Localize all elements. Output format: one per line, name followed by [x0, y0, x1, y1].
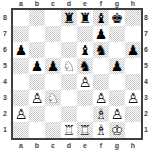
square-g5: ♟ [109, 58, 125, 74]
piece-glyph: ♟ [29, 58, 45, 74]
black-rook-d8: ♜ [61, 10, 77, 26]
black-pawn-f7: ♟ [93, 26, 109, 42]
square-c8 [45, 10, 61, 26]
square-b4 [29, 74, 45, 90]
white-pawn-h3: ♟♙ [125, 90, 141, 106]
rank-label-right-7: 7 [144, 26, 150, 42]
square-d6 [61, 42, 77, 58]
black-pawn-b5: ♟ [29, 58, 45, 74]
file-label-top-f: f [93, 0, 109, 8]
square-a6: ♟ [13, 42, 29, 58]
square-b1 [29, 122, 45, 138]
piece-glyph: ♖ [77, 122, 93, 138]
white-pawn-f3: ♟♙ [93, 90, 109, 106]
square-f2: ♝♗ [93, 106, 109, 122]
piece-glyph: ♙ [77, 74, 93, 90]
file-label-top-h: h [125, 0, 141, 8]
piece-glyph: ♘ [61, 58, 77, 74]
piece-glyph: ♝ [93, 10, 109, 26]
rank-label-right-4: 4 [144, 74, 150, 90]
piece-glyph: ♙ [13, 106, 29, 122]
square-e2 [77, 106, 93, 122]
square-f4 [93, 74, 109, 90]
white-pawn-b3: ♟♙ [29, 90, 45, 106]
piece-glyph: ♔ [109, 122, 125, 138]
piece-glyph: ♙ [29, 90, 45, 106]
piece-glyph: ♗ [93, 106, 109, 122]
square-c4 [45, 74, 61, 90]
rank-labels-right: 87654321 [144, 10, 150, 138]
piece-glyph: ♙ [125, 90, 141, 106]
black-pawn-c5: ♟ [45, 58, 61, 74]
square-b8 [29, 10, 45, 26]
file-label-bottom-h: h [125, 141, 141, 150]
square-f5 [93, 58, 109, 74]
square-h6: ♟ [125, 42, 141, 58]
rank-label-right-6: 6 [144, 42, 150, 58]
square-d7 [61, 26, 77, 42]
piece-glyph: ♗ [93, 122, 109, 138]
square-a7 [13, 26, 29, 42]
piece-glyph: ♞ [93, 42, 109, 58]
file-label-bottom-g: g [109, 141, 125, 150]
file-label-bottom-e: e [77, 141, 93, 150]
rank-label-right-1: 1 [144, 122, 150, 138]
black-pawn-h6: ♟ [125, 42, 141, 58]
file-label-top-g: g [109, 0, 125, 8]
square-f7: ♟ [93, 26, 109, 42]
square-a3 [13, 90, 29, 106]
square-d2 [61, 106, 77, 122]
white-rook-e1: ♜♖ [77, 122, 93, 138]
rank-label-left-8: 8 [0, 10, 10, 26]
square-g3 [109, 90, 125, 106]
piece-glyph: ♟ [93, 26, 109, 42]
square-f6: ♞ [93, 42, 109, 58]
square-e6: ♝ [77, 42, 93, 58]
piece-glyph: ♟ [125, 42, 141, 58]
file-labels-bottom: abcdefgh [13, 141, 141, 150]
square-a2: ♟♙ [13, 106, 29, 122]
square-e1: ♜♖ [77, 122, 93, 138]
square-f8: ♝ [93, 10, 109, 26]
square-g7 [109, 26, 125, 42]
white-knight-c3: ♞♘ [45, 90, 61, 106]
white-pawn-a2: ♟♙ [13, 106, 29, 122]
file-label-bottom-f: f [93, 141, 109, 150]
file-label-bottom-a: a [13, 141, 29, 150]
file-label-bottom-d: d [61, 141, 77, 150]
square-c1 [45, 122, 61, 138]
file-label-bottom-b: b [29, 141, 45, 150]
file-label-top-a: a [13, 0, 29, 8]
piece-glyph: ♞ [77, 58, 93, 74]
rank-label-right-5: 5 [144, 58, 150, 74]
piece-glyph: ♟ [109, 58, 125, 74]
square-g6 [109, 42, 125, 58]
white-knight-d5: ♞♘ [61, 58, 77, 74]
square-f1: ♝♗ [93, 122, 109, 138]
file-labels-top: abcdefgh [13, 0, 141, 8]
piece-glyph: ♜ [61, 10, 77, 26]
piece-glyph: ♝ [77, 42, 93, 58]
white-bishop-f1: ♝♗ [93, 122, 109, 138]
square-b7 [29, 26, 45, 42]
square-g2: ♟♙ [109, 106, 125, 122]
square-g4 [109, 74, 125, 90]
piece-glyph: ♟ [45, 58, 61, 74]
piece-glyph: ♘ [45, 90, 61, 106]
black-king-g8: ♚ [109, 10, 125, 26]
black-pawn-a6: ♟ [13, 42, 29, 58]
square-a8 [13, 10, 29, 26]
square-d3 [61, 90, 77, 106]
square-c2 [45, 106, 61, 122]
square-g1: ♚♔ [109, 122, 125, 138]
square-c6 [45, 42, 61, 58]
square-b5: ♟ [29, 58, 45, 74]
piece-glyph: ♙ [109, 106, 125, 122]
square-h3: ♟♙ [125, 90, 141, 106]
black-knight-e5: ♞ [77, 58, 93, 74]
square-d8: ♜ [61, 10, 77, 26]
square-f3: ♟♙ [93, 90, 109, 106]
black-rook-e8: ♜ [77, 10, 93, 26]
black-bishop-e6: ♝ [77, 42, 93, 58]
file-label-top-c: c [45, 0, 61, 8]
square-d5: ♞♘ [61, 58, 77, 74]
square-g8: ♚ [109, 10, 125, 26]
rank-label-right-8: 8 [144, 10, 150, 26]
square-c5: ♟ [45, 58, 61, 74]
white-king-g1: ♚♔ [109, 122, 125, 138]
board-frame: ♜♜♝♚♟♟♝♞♟♟♟♞♘♞♟♟♙♟♙♞♘♟♙♟♙♟♙♝♗♟♙♜♖♜♖♝♗♚♔ [11, 8, 143, 140]
square-b2 [29, 106, 45, 122]
file-label-bottom-c: c [45, 141, 61, 150]
square-c7 [45, 26, 61, 42]
black-pawn-g5: ♟ [109, 58, 125, 74]
black-knight-f6: ♞ [93, 42, 109, 58]
square-e5: ♞ [77, 58, 93, 74]
square-h4 [125, 74, 141, 90]
rank-label-left-6: 6 [0, 42, 10, 58]
rank-label-left-3: 3 [0, 90, 10, 106]
square-a5 [13, 58, 29, 74]
rank-label-left-2: 2 [0, 106, 10, 122]
rank-label-left-7: 7 [0, 26, 10, 42]
rank-label-left-1: 1 [0, 122, 10, 138]
square-h5 [125, 58, 141, 74]
rank-labels-left: 87654321 [0, 10, 10, 138]
white-rook-d1: ♜♖ [61, 122, 77, 138]
square-h8 [125, 10, 141, 26]
file-label-top-e: e [77, 0, 93, 8]
square-d1: ♜♖ [61, 122, 77, 138]
piece-glyph: ♜ [77, 10, 93, 26]
black-bishop-f8: ♝ [93, 10, 109, 26]
square-h7 [125, 26, 141, 42]
square-e7 [77, 26, 93, 42]
square-e8: ♜ [77, 10, 93, 26]
square-e3 [77, 90, 93, 106]
white-bishop-f2: ♝♗ [93, 106, 109, 122]
chess-board: ♜♜♝♚♟♟♝♞♟♟♟♞♘♞♟♟♙♟♙♞♘♟♙♟♙♟♙♝♗♟♙♜♖♜♖♝♗♚♔ [13, 10, 141, 138]
square-b3: ♟♙ [29, 90, 45, 106]
white-pawn-e4: ♟♙ [77, 74, 93, 90]
piece-glyph: ♖ [61, 122, 77, 138]
square-e4: ♟♙ [77, 74, 93, 90]
square-b6 [29, 42, 45, 58]
chess-diagram: abcdefgh 87654321 87654321 abcdefgh ♜♜♝♚… [0, 0, 150, 150]
file-label-top-b: b [29, 0, 45, 8]
rank-label-right-2: 2 [144, 106, 150, 122]
rank-label-left-5: 5 [0, 58, 10, 74]
file-label-top-d: d [61, 0, 77, 8]
square-d4 [61, 74, 77, 90]
white-pawn-g2: ♟♙ [109, 106, 125, 122]
piece-glyph: ♚ [109, 10, 125, 26]
rank-label-left-4: 4 [0, 74, 10, 90]
square-h2 [125, 106, 141, 122]
rank-label-right-3: 3 [144, 90, 150, 106]
piece-glyph: ♟ [13, 42, 29, 58]
square-h1 [125, 122, 141, 138]
square-a1 [13, 122, 29, 138]
square-a4 [13, 74, 29, 90]
piece-glyph: ♙ [93, 90, 109, 106]
square-c3: ♞♘ [45, 90, 61, 106]
